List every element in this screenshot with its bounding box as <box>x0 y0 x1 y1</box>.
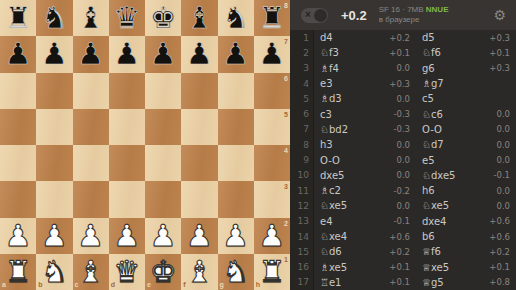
spacer <box>410 183 422 198</box>
file-label-f: f <box>183 281 185 288</box>
spacer <box>410 106 422 121</box>
chess-board: ♜♞♝♛♚♝♞♜8♟♟♟♟♟♟♟♟76543♟♟♟♟♟♟♟♟2♜a♞b♝c♛d♚… <box>0 0 290 290</box>
white-move-eval: -0.2 <box>374 186 410 196</box>
black-move-eval: 0.0 <box>472 140 510 150</box>
move-number: 7 <box>290 122 314 137</box>
white-move-eval: +0.1 <box>374 48 410 58</box>
black-move[interactable]: ♘d7 <box>422 139 472 150</box>
black-move[interactable]: dxe4 <box>422 216 472 227</box>
white-move[interactable]: dxe5 <box>320 170 374 181</box>
spacer <box>410 214 422 229</box>
square-h3[interactable]: 3 <box>254 181 290 217</box>
square-b1[interactable]: ♞b <box>36 254 72 290</box>
black-move-eval: 0.0 <box>472 124 510 134</box>
move-row-17: 17♖e1+0.1♕g5+0.8 <box>290 275 516 290</box>
piece-black-knight: ♞ <box>36 0 72 36</box>
move-number: 11 <box>290 183 314 198</box>
black-move[interactable]: ♕f6 <box>422 246 472 257</box>
black-move-eval: 0.0 <box>472 186 510 196</box>
spacer <box>410 30 422 45</box>
white-move[interactable]: ♗xe5 <box>320 262 374 273</box>
engine-name-line: SF 16 · 7MB NNUE <box>379 5 494 15</box>
analysis-panel: × +0.2 SF 16 · 7MB NNUE в браузере ⚙ 1d4… <box>290 0 516 290</box>
move-number: 12 <box>290 198 314 213</box>
square-g8[interactable]: ♞ <box>218 0 254 36</box>
spacer <box>410 168 422 183</box>
square-a2[interactable]: ♟ <box>0 218 36 254</box>
move-number: 15 <box>290 244 314 259</box>
move-number: 10 <box>290 168 314 183</box>
piece-white-pawn: ♟ <box>181 218 217 254</box>
rank-label-4: 4 <box>284 147 288 154</box>
black-move[interactable]: ♘c6 <box>422 109 472 120</box>
white-move[interactable]: ♗f4 <box>320 63 374 74</box>
file-label-h: h <box>256 281 260 288</box>
square-h6[interactable]: 6 <box>254 73 290 109</box>
move-number: 8 <box>290 137 314 152</box>
square-a6[interactable] <box>0 73 36 109</box>
square-c5[interactable] <box>73 109 109 145</box>
square-e2[interactable]: ♟ <box>145 218 181 254</box>
spacer <box>410 275 422 290</box>
square-e4[interactable] <box>145 145 181 181</box>
rank-label-2: 2 <box>284 220 288 227</box>
rank-label-8: 8 <box>284 2 288 9</box>
square-g2[interactable]: ♟ <box>218 218 254 254</box>
square-e1[interactable]: ♚e <box>145 254 181 290</box>
square-h2[interactable]: ♟2 <box>254 218 290 254</box>
move-list: 1d4+0.2d5+0.32♘f3+0.1♘f6+0.13♗f40.0g6+0.… <box>290 30 516 290</box>
piece-black-bishop: ♝ <box>73 0 109 36</box>
move-number: 16 <box>290 259 314 274</box>
move-number: 6 <box>290 106 314 121</box>
piece-black-pawn: ♟ <box>109 36 145 72</box>
square-e6[interactable] <box>145 73 181 109</box>
black-move-eval: +0.6 <box>472 216 510 226</box>
square-g5[interactable] <box>218 109 254 145</box>
move-row-9: 9O-O0.0e50.0 <box>290 152 516 167</box>
spacer <box>410 137 422 152</box>
move-row-14: 14♘xe4+0.6b6+0.6 <box>290 229 516 244</box>
spacer <box>410 244 422 259</box>
black-move-eval: -0.1 <box>472 170 510 180</box>
square-h1[interactable]: ♜1h <box>254 254 290 290</box>
square-g6[interactable] <box>218 73 254 109</box>
rank-label-6: 6 <box>284 75 288 82</box>
black-move[interactable]: ♕xe5 <box>422 262 472 273</box>
white-move-eval: -0.3 <box>374 109 410 119</box>
square-d4[interactable] <box>109 145 145 181</box>
engine-nnue-badge: NNUE <box>426 5 449 14</box>
square-a5[interactable] <box>0 109 36 145</box>
piece-black-knight: ♞ <box>218 0 254 36</box>
square-f1[interactable]: ♝f <box>181 254 217 290</box>
black-move[interactable]: ♘f6 <box>422 47 472 58</box>
square-f6[interactable] <box>181 73 217 109</box>
square-a8[interactable]: ♜ <box>0 0 36 36</box>
black-move-eval: +0.3 <box>472 33 510 43</box>
rank-label-3: 3 <box>284 183 288 190</box>
move-row-16: 16♗xe5+0.1♕xe5+0.1 <box>290 259 516 274</box>
move-row-1: 1d4+0.2d5+0.3 <box>290 30 516 45</box>
piece-black-pawn: ♟ <box>0 36 36 72</box>
square-c7[interactable]: ♟ <box>73 36 109 72</box>
square-e5[interactable] <box>145 109 181 145</box>
move-number: 1 <box>290 30 314 45</box>
move-row-11: 11♗c2-0.2h60.0 <box>290 183 516 198</box>
square-d6[interactable] <box>109 73 145 109</box>
black-move-eval: +0.8 <box>472 277 510 287</box>
piece-white-pawn: ♟ <box>109 218 145 254</box>
move-number: 2 <box>290 45 314 60</box>
square-c3[interactable] <box>73 181 109 217</box>
toggle-knob <box>314 9 327 22</box>
spacer <box>410 61 422 76</box>
square-e3[interactable] <box>145 181 181 217</box>
white-move-eval: +0.1 <box>374 262 410 272</box>
white-move-eval: 0.0 <box>374 63 410 73</box>
square-d8[interactable]: ♛ <box>109 0 145 36</box>
spacer <box>410 259 422 274</box>
square-d5[interactable] <box>109 109 145 145</box>
square-h7[interactable]: ♟7 <box>254 36 290 72</box>
white-move-eval: +0.3 <box>374 79 410 89</box>
square-d3[interactable] <box>109 181 145 217</box>
square-e7[interactable]: ♟ <box>145 36 181 72</box>
move-row-5: 5♗d30.0c5 <box>290 91 516 106</box>
square-b6[interactable] <box>36 73 72 109</box>
square-f2[interactable]: ♟ <box>181 218 217 254</box>
black-move[interactable]: h6 <box>422 185 472 196</box>
piece-white-pawn: ♟ <box>0 218 36 254</box>
rank-label-5: 5 <box>284 111 288 118</box>
move-number: 9 <box>290 152 314 167</box>
white-move-eval: 0.0 <box>374 155 410 165</box>
black-move-eval: +0.6 <box>472 232 510 242</box>
square-c6[interactable] <box>73 73 109 109</box>
white-move[interactable]: h3 <box>320 139 374 150</box>
file-label-d: d <box>111 281 115 288</box>
piece-white-pawn: ♟ <box>145 218 181 254</box>
piece-black-pawn: ♟ <box>36 36 72 72</box>
piece-black-pawn: ♟ <box>73 36 109 72</box>
white-move-eval: 0.0 <box>374 201 410 211</box>
square-h5[interactable]: 5 <box>254 109 290 145</box>
file-label-g: g <box>220 281 224 288</box>
square-g1[interactable]: ♞g <box>218 254 254 290</box>
white-move-eval: 0.0 <box>374 94 410 104</box>
square-c4[interactable] <box>73 145 109 181</box>
piece-black-pawn: ♟ <box>218 36 254 72</box>
square-b3[interactable] <box>36 181 72 217</box>
chess-analysis-app: ♜♞♝♛♚♝♞♜8♟♟♟♟♟♟♟♟76543♟♟♟♟♟♟♟♟2♜a♞b♝c♛d♚… <box>0 0 516 290</box>
black-move-eval: 0.0 <box>472 109 510 119</box>
settings-gear-icon[interactable]: ⚙ <box>493 7 506 23</box>
white-move[interactable]: ♘xe5 <box>320 200 374 211</box>
square-b5[interactable] <box>36 109 72 145</box>
square-h8[interactable]: ♜8 <box>254 0 290 36</box>
move-row-4: 4e3+0.3♗g7 <box>290 76 516 91</box>
square-g7[interactable]: ♟ <box>218 36 254 72</box>
black-move[interactable]: ♘dxe5 <box>422 170 472 181</box>
white-move[interactable]: d4 <box>320 32 374 43</box>
engine-header: × +0.2 SF 16 · 7MB NNUE в браузере ⚙ <box>290 0 516 30</box>
move-row-6: 6c3-0.3♘c60.0 <box>290 106 516 121</box>
black-move[interactable]: b6 <box>422 231 472 242</box>
black-move[interactable]: ♕g5 <box>422 277 472 288</box>
move-number: 3 <box>290 61 314 76</box>
square-g4[interactable] <box>218 145 254 181</box>
black-move-eval: +0.2 <box>472 247 510 257</box>
square-a3[interactable] <box>0 181 36 217</box>
black-move[interactable]: g6 <box>422 63 472 74</box>
square-a1[interactable]: ♜a <box>0 254 36 290</box>
piece-black-pawn: ♟ <box>145 36 181 72</box>
square-c1[interactable]: ♝c <box>73 254 109 290</box>
move-number: 13 <box>290 214 314 229</box>
square-b4[interactable] <box>36 145 72 181</box>
piece-black-king: ♚ <box>145 0 181 36</box>
engine-location: в браузере <box>379 15 494 25</box>
move-row-2: 2♘f3+0.1♘f6+0.1 <box>290 45 516 60</box>
white-move[interactable]: ♗d3 <box>320 93 374 104</box>
move-number: 4 <box>290 76 314 91</box>
file-label-c: c <box>75 281 79 288</box>
spacer <box>410 76 422 91</box>
square-c8[interactable]: ♝ <box>73 0 109 36</box>
move-number: 5 <box>290 91 314 106</box>
white-move[interactable]: e3 <box>320 78 374 89</box>
black-move[interactable]: e5 <box>422 155 472 166</box>
spacer <box>410 198 422 213</box>
rank-label-1: 1 <box>284 256 288 263</box>
black-move-eval: +0.3 <box>472 63 510 73</box>
move-number: 17 <box>290 275 314 290</box>
white-move-eval: 0.0 <box>374 140 410 150</box>
black-move-eval: +0.1 <box>472 262 510 272</box>
square-c2[interactable]: ♟ <box>73 218 109 254</box>
piece-black-pawn: ♟ <box>181 36 217 72</box>
black-move[interactable]: d5 <box>422 32 472 43</box>
square-a4[interactable] <box>0 145 36 181</box>
spacer <box>410 229 422 244</box>
white-move-eval: +0.1 <box>374 277 410 287</box>
black-move[interactable]: c5 <box>422 93 472 104</box>
white-move-eval: +0.2 <box>374 33 410 43</box>
white-move[interactable]: ♖e1 <box>320 277 374 288</box>
piece-white-pawn: ♟ <box>218 218 254 254</box>
piece-white-bishop: ♝ <box>181 254 217 290</box>
square-f4[interactable] <box>181 145 217 181</box>
white-move[interactable]: ♗c2 <box>320 185 374 196</box>
square-b8[interactable]: ♞ <box>36 0 72 36</box>
black-move[interactable]: ♘xe5 <box>422 200 472 211</box>
engine-name: SF 16 · 7MB <box>379 5 424 14</box>
move-row-7: 7♘bd2-0.3O-O0.0 <box>290 122 516 137</box>
white-move[interactable]: ♘f3 <box>320 47 374 58</box>
square-d2[interactable]: ♟ <box>109 218 145 254</box>
black-move[interactable]: O-O <box>422 124 472 135</box>
engine-info: SF 16 · 7MB NNUE в браузере <box>379 5 494 25</box>
file-label-a: a <box>2 281 6 288</box>
white-move[interactable]: O-O <box>320 155 374 166</box>
square-d7[interactable]: ♟ <box>109 36 145 72</box>
square-d1[interactable]: ♛d <box>109 254 145 290</box>
square-g3[interactable] <box>218 181 254 217</box>
piece-white-pawn: ♟ <box>36 218 72 254</box>
move-row-8: 8h30.0♘d70.0 <box>290 137 516 152</box>
engine-toggle[interactable]: × <box>301 8 328 23</box>
square-h4[interactable]: 4 <box>254 145 290 181</box>
white-move-eval: -0.1 <box>374 216 410 226</box>
square-e8[interactable]: ♚ <box>145 0 181 36</box>
square-f7[interactable]: ♟ <box>181 36 217 72</box>
piece-black-bishop: ♝ <box>181 0 217 36</box>
move-number: 14 <box>290 229 314 244</box>
white-move-eval: -0.3 <box>374 124 410 134</box>
move-row-12: 12♘xe50.0♘xe50.0 <box>290 198 516 213</box>
piece-black-rook: ♜ <box>0 0 36 36</box>
spacer <box>410 91 422 106</box>
spacer <box>410 152 422 167</box>
piece-black-queen: ♛ <box>109 0 145 36</box>
white-move[interactable]: c3 <box>320 109 374 120</box>
white-move-eval: +0.6 <box>374 232 410 242</box>
move-row-13: 13e4-0.1dxe4+0.6 <box>290 214 516 229</box>
piece-white-pawn: ♟ <box>73 218 109 254</box>
white-move[interactable]: ♘bd2 <box>320 124 374 135</box>
square-f5[interactable] <box>181 109 217 145</box>
white-move[interactable]: e4 <box>320 216 374 227</box>
black-move-eval: +0.1 <box>472 48 510 58</box>
spacer <box>410 122 422 137</box>
black-move[interactable]: ♗g7 <box>422 78 472 89</box>
white-move[interactable]: ♘xe4 <box>320 231 374 242</box>
white-move-eval: 0.0 <box>374 170 410 180</box>
square-b7[interactable]: ♟ <box>36 36 72 72</box>
white-move[interactable]: ♘d6 <box>320 246 374 257</box>
file-label-b: b <box>38 281 42 288</box>
square-b2[interactable]: ♟ <box>36 218 72 254</box>
engine-eval: +0.2 <box>341 8 367 23</box>
square-a7[interactable]: ♟ <box>0 36 36 72</box>
move-row-10: 10dxe50.0♘dxe5-0.1 <box>290 168 516 183</box>
square-f8[interactable]: ♝ <box>181 0 217 36</box>
black-move-eval: 0.0 <box>472 201 510 211</box>
square-f3[interactable] <box>181 181 217 217</box>
spacer <box>410 45 422 60</box>
move-row-3: 3♗f40.0g6+0.3 <box>290 61 516 76</box>
black-move-eval: 0.0 <box>472 155 510 165</box>
rank-label-7: 7 <box>284 38 288 45</box>
move-row-15: 15♘d6+0.2♕f6+0.2 <box>290 244 516 259</box>
file-label-e: e <box>147 281 151 288</box>
toggle-off-icon: × <box>305 10 311 20</box>
white-move-eval: +0.2 <box>374 247 410 257</box>
